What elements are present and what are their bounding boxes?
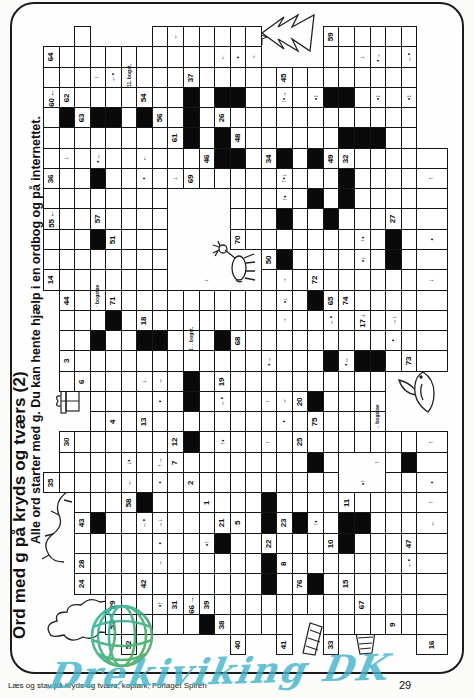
direction-mark-cell[interactable]: ↑ (416, 492, 448, 513)
grid-cell[interactable] (245, 107, 262, 128)
grid-cell[interactable] (292, 310, 308, 331)
grid-cell[interactable] (401, 472, 417, 493)
numbered-cell[interactable]: 10 (323, 533, 339, 554)
grid-cell[interactable] (323, 46, 339, 68)
grid-cell[interactable] (74, 208, 91, 230)
grid-cell[interactable] (74, 431, 91, 453)
grid-cell[interactable] (323, 249, 339, 270)
grid-cell[interactable] (292, 229, 308, 250)
grid-cell[interactable] (136, 249, 153, 270)
grid-cell[interactable] (199, 46, 215, 68)
grid-cell[interactable] (354, 492, 371, 513)
grid-cell[interactable] (261, 290, 277, 311)
grid-cell[interactable] (338, 26, 355, 47)
direction-mark-cell[interactable]: • (152, 391, 168, 412)
grid-cell[interactable] (90, 46, 106, 68)
grid-cell[interactable] (307, 350, 324, 372)
grid-cell[interactable] (307, 208, 324, 230)
grid-cell[interactable] (276, 350, 293, 372)
grid-cell[interactable] (121, 330, 137, 351)
grid-cell[interactable] (261, 310, 277, 331)
numbered-cell[interactable]: 50 (261, 249, 277, 270)
grid-cell[interactable] (59, 310, 75, 331)
grid-cell[interactable] (136, 350, 153, 372)
grid-cell[interactable] (199, 168, 215, 189)
numbered-cell[interactable]: 23 (276, 512, 293, 534)
grid-cell[interactable] (307, 127, 324, 149)
grid-cell[interactable] (90, 492, 106, 513)
direction-mark-cell[interactable]: →↓ (385, 310, 402, 331)
grid-cell[interactable] (261, 472, 277, 493)
grid-cell[interactable] (354, 148, 371, 169)
numbered-cell[interactable]: 1 (199, 492, 215, 513)
grid-cell[interactable] (261, 127, 277, 149)
grid-cell[interactable] (105, 371, 122, 392)
grid-cell[interactable] (152, 87, 168, 108)
numbered-cell[interactable]: 5 (230, 512, 246, 534)
numbered-cell[interactable]: 21 (214, 512, 231, 534)
numbered-cell[interactable]: 28 (74, 553, 91, 574)
grid-cell[interactable] (307, 330, 324, 351)
grid-cell[interactable] (136, 553, 153, 574)
grid-cell[interactable] (385, 269, 402, 291)
grid-cell[interactable] (199, 127, 215, 149)
grid-cell[interactable] (370, 188, 386, 209)
grid-cell[interactable] (401, 492, 417, 513)
grid-cell[interactable] (338, 67, 355, 88)
grid-cell[interactable] (183, 553, 200, 574)
grid-cell[interactable] (276, 614, 293, 635)
grid-cell[interactable] (245, 411, 262, 432)
grid-cell[interactable] (74, 26, 91, 47)
grid-cell[interactable] (370, 431, 386, 453)
direction-mark-cell[interactable]: ↑ (90, 67, 106, 88)
grid-cell[interactable] (121, 249, 137, 270)
direction-mark-cell[interactable]: → (276, 391, 293, 412)
grid-cell[interactable] (385, 107, 402, 128)
grid-cell[interactable] (214, 472, 231, 493)
grid-cell[interactable] (323, 67, 339, 88)
grid-cell[interactable] (338, 229, 355, 250)
grid-cell[interactable] (401, 594, 417, 615)
grid-cell[interactable] (354, 290, 371, 311)
grid-cell[interactable] (74, 87, 91, 108)
grid-cell[interactable] (74, 350, 91, 372)
grid-cell[interactable] (199, 391, 215, 412)
grid-cell[interactable] (230, 188, 246, 209)
grid-cell[interactable] (121, 87, 137, 108)
grid-cell[interactable] (276, 573, 293, 595)
grid-cell[interactable] (90, 127, 106, 149)
grid-cell[interactable] (167, 512, 184, 534)
grid-cell[interactable] (152, 229, 168, 250)
grid-cell[interactable] (416, 350, 448, 372)
direction-mark-cell[interactable]: ← (121, 472, 137, 493)
grid-cell[interactable] (245, 330, 262, 351)
grid-cell[interactable] (121, 310, 137, 331)
numbered-cell[interactable]: 4 (105, 411, 122, 432)
grid-cell[interactable] (152, 350, 168, 372)
grid-cell[interactable] (90, 249, 106, 270)
grid-cell[interactable] (401, 229, 417, 250)
grid-cell[interactable] (245, 594, 262, 615)
numbered-cell[interactable]: 14 (43, 269, 60, 291)
grid-cell[interactable] (121, 208, 137, 230)
grid-cell[interactable] (167, 492, 184, 513)
grid-cell[interactable] (385, 512, 402, 534)
numbered-cell[interactable]: 62 (59, 87, 75, 108)
grid-cell[interactable] (307, 229, 324, 250)
grid-cell[interactable] (59, 188, 75, 209)
direction-mark-cell[interactable]: • (416, 229, 448, 250)
grid-cell[interactable] (214, 411, 231, 432)
grid-cell[interactable] (230, 67, 246, 88)
numbered-cell[interactable]: 12 (167, 431, 184, 453)
grid-cell[interactable] (276, 533, 293, 554)
grid-cell[interactable] (183, 411, 200, 432)
direction-mark-cell[interactable]: ←• (401, 553, 417, 574)
grid-cell[interactable] (370, 371, 386, 392)
direction-mark-cell[interactable]: •↕ (307, 87, 324, 108)
grid-cell[interactable] (292, 472, 308, 493)
grid-cell[interactable] (354, 614, 371, 635)
grid-cell[interactable] (276, 472, 293, 493)
grid-cell[interactable] (307, 472, 324, 493)
grid-cell[interactable] (245, 492, 262, 513)
grid-cell[interactable] (401, 330, 417, 351)
grid-cell[interactable] (416, 290, 448, 311)
grid-cell[interactable] (354, 168, 371, 189)
grid-cell[interactable] (307, 310, 324, 331)
grid-cell[interactable] (401, 107, 417, 128)
grid-cell[interactable] (230, 168, 246, 189)
numbered-cell[interactable]: 51 (105, 229, 122, 250)
grid-cell[interactable] (152, 67, 168, 88)
grid-cell[interactable] (74, 188, 91, 209)
grid-cell[interactable] (323, 107, 339, 128)
grid-cell[interactable] (59, 330, 75, 351)
direction-mark-cell[interactable]: ↓ (416, 269, 448, 291)
grid-cell[interactable] (167, 290, 184, 311)
grid-cell[interactable] (74, 249, 91, 270)
grid-cell[interactable] (152, 290, 168, 311)
grid-cell[interactable] (416, 553, 448, 574)
grid-cell[interactable] (401, 67, 417, 88)
numbered-cell[interactable]: 42 (136, 573, 153, 595)
grid-cell[interactable] (105, 87, 122, 108)
grid-cell[interactable] (121, 512, 137, 534)
grid-cell[interactable] (338, 371, 355, 392)
grid-cell[interactable] (230, 553, 246, 574)
numbered-cell[interactable]: 66 → (183, 594, 200, 615)
grid-cell[interactable] (338, 310, 355, 331)
grid-cell[interactable] (199, 512, 215, 534)
grid-cell[interactable] (121, 107, 137, 128)
grid-cell[interactable] (121, 431, 137, 453)
grid-cell[interactable] (136, 67, 153, 88)
numbered-cell[interactable]: 65 (323, 290, 339, 311)
grid-cell[interactable] (401, 431, 417, 453)
grid-cell[interactable] (370, 168, 386, 189)
grid-cell[interactable] (323, 594, 339, 615)
numbered-cell[interactable]: 15 (338, 573, 355, 595)
grid-cell[interactable] (230, 26, 246, 47)
grid-cell[interactable] (385, 492, 402, 513)
grid-cell[interactable] (183, 492, 200, 513)
grid-cell[interactable] (338, 614, 355, 635)
direction-mark-cell[interactable]: • (152, 533, 168, 554)
numbered-cell[interactable]: 63 (74, 107, 91, 128)
grid-cell[interactable] (401, 168, 417, 189)
grid-cell[interactable] (292, 87, 308, 108)
grid-cell[interactable] (385, 127, 402, 149)
grid-cell[interactable] (323, 512, 339, 534)
numbered-cell[interactable]: 35 (43, 472, 60, 493)
grid-cell[interactable] (261, 208, 277, 230)
grid-cell[interactable] (136, 208, 153, 230)
direction-mark-cell[interactable]: ↑• (307, 512, 324, 534)
grid-cell[interactable] (152, 127, 168, 149)
numbered-cell[interactable]: 43 (74, 512, 91, 534)
grid-cell[interactable] (90, 431, 106, 453)
grid-cell[interactable] (370, 249, 386, 270)
direction-mark-cell[interactable]: ← (214, 46, 231, 68)
numbered-cell[interactable]: 7 (167, 452, 184, 473)
grid-cell[interactable] (90, 371, 106, 392)
grid-cell[interactable] (323, 411, 339, 432)
grid-cell[interactable] (136, 533, 153, 554)
grid-cell[interactable] (385, 26, 402, 47)
numbered-cell[interactable]: 18 (136, 310, 153, 331)
grid-cell[interactable] (370, 553, 386, 574)
grid-cell[interactable] (90, 573, 106, 595)
grid-cell[interactable] (338, 431, 355, 453)
grid-cell[interactable] (136, 127, 153, 149)
grid-cell[interactable] (323, 168, 339, 189)
grid-cell[interactable] (245, 431, 262, 453)
grid-cell[interactable] (292, 492, 308, 513)
grid-cell[interactable] (354, 573, 371, 595)
grid-cell[interactable] (167, 391, 184, 412)
grid-cell[interactable] (385, 452, 402, 473)
grid-cell[interactable] (276, 594, 293, 615)
grid-cell[interactable] (323, 391, 339, 412)
numbered-cell[interactable]: 59 (323, 26, 339, 47)
grid-cell[interactable] (167, 553, 184, 574)
direction-mark-cell[interactable]: •→ (370, 46, 386, 68)
grid-cell[interactable] (416, 188, 448, 209)
grid-cell[interactable] (167, 67, 184, 88)
grid-cell[interactable] (385, 431, 402, 453)
grid-cell[interactable] (261, 594, 277, 615)
grid-cell[interactable] (385, 573, 402, 595)
grid-cell[interactable] (214, 553, 231, 574)
grid-cell[interactable] (230, 310, 246, 331)
grid-cell[interactable] (167, 310, 184, 331)
direction-mark-cell[interactable]: → (276, 269, 293, 291)
grid-cell[interactable] (230, 472, 246, 493)
grid-cell[interactable] (74, 492, 91, 513)
grid-cell[interactable] (152, 573, 168, 595)
direction-mark-cell[interactable]: ↑• (354, 229, 371, 250)
grid-cell[interactable] (214, 310, 231, 331)
grid-cell[interactable] (90, 310, 106, 331)
numbered-cell[interactable]: 57 (90, 208, 106, 230)
grid-cell[interactable] (416, 452, 448, 473)
grid-cell[interactable] (74, 148, 91, 169)
numbered-cell[interactable]: 75 (307, 411, 324, 432)
grid-cell[interactable] (385, 148, 402, 169)
numbered-cell[interactable]: 24 (74, 573, 91, 595)
grid-cell[interactable] (105, 148, 122, 169)
grid-cell[interactable] (121, 533, 137, 554)
numbered-cell[interactable]: 17 ↓ (354, 310, 371, 331)
grid-cell[interactable] (74, 229, 91, 250)
numbered-cell[interactable]: 34 (261, 148, 277, 169)
grid-cell[interactable] (307, 431, 324, 453)
numbered-cell[interactable]: 38 (214, 614, 231, 635)
grid-cell[interactable] (199, 330, 215, 351)
grid-cell[interactable] (245, 229, 262, 250)
grid-cell[interactable] (307, 249, 324, 270)
grid-cell[interactable] (167, 533, 184, 554)
grid-cell[interactable] (292, 533, 308, 554)
grid-cell[interactable] (401, 148, 417, 169)
grid-cell[interactable] (354, 87, 371, 108)
grid-cell[interactable] (401, 512, 417, 534)
grid-cell[interactable] (385, 188, 402, 209)
direction-mark-cell[interactable]: ↑•→ (276, 87, 293, 108)
grid-cell[interactable] (43, 249, 60, 270)
grid-cell[interactable] (354, 269, 371, 291)
grid-cell[interactable] (167, 87, 184, 108)
grid-cell[interactable] (292, 553, 308, 574)
grid-cell[interactable] (401, 208, 417, 230)
grid-cell[interactable] (401, 614, 417, 635)
grid-cell[interactable] (370, 107, 386, 128)
grid-cell[interactable] (183, 452, 200, 473)
grid-cell[interactable] (401, 573, 417, 595)
grid-cell[interactable] (74, 472, 91, 493)
direction-mark-cell[interactable]: ← (416, 512, 448, 534)
grid-cell[interactable] (183, 290, 200, 311)
grid-cell[interactable] (323, 229, 339, 250)
grid-cell[interactable] (370, 492, 386, 513)
grid-cell[interactable] (245, 573, 262, 595)
grid-cell[interactable] (59, 127, 75, 149)
grid-cell[interactable] (307, 371, 324, 392)
grid-cell[interactable] (183, 573, 200, 595)
direction-mark-cell[interactable]: ←• (105, 67, 122, 88)
numbered-cell[interactable]: 73 (401, 350, 417, 372)
direction-mark-cell[interactable]: ↑→ (152, 452, 168, 473)
grid-cell[interactable] (261, 269, 277, 291)
grid-cell[interactable] (199, 310, 215, 331)
grid-cell[interactable] (230, 452, 246, 473)
grid-cell[interactable] (230, 533, 246, 554)
direction-mark-cell[interactable]: ↓ (136, 371, 153, 392)
grid-cell[interactable] (105, 391, 122, 412)
grid-cell[interactable] (167, 107, 184, 128)
grid-cell[interactable] (105, 249, 122, 270)
grid-cell[interactable] (105, 330, 122, 351)
grid-cell[interactable] (43, 67, 60, 88)
grid-cell[interactable] (385, 290, 402, 311)
grid-cell[interactable] (121, 269, 137, 291)
grid-cell[interactable] (370, 290, 386, 311)
grid-cell[interactable] (183, 614, 200, 635)
grid-cell[interactable] (245, 391, 262, 412)
grid-cell[interactable] (292, 330, 308, 351)
grid-cell[interactable] (74, 46, 91, 68)
grid-cell[interactable] (105, 472, 122, 493)
grid-cell[interactable] (105, 188, 122, 209)
grid-cell[interactable] (323, 371, 339, 392)
grid-cell[interactable] (354, 67, 371, 88)
grid-cell[interactable] (261, 614, 277, 635)
grid-cell[interactable] (214, 26, 231, 47)
grid-cell[interactable] (183, 512, 200, 534)
grid-cell[interactable] (43, 127, 60, 149)
grid-cell[interactable] (167, 330, 184, 351)
numbered-cell[interactable]: 68 (230, 330, 246, 351)
numbered-cell[interactable]: 64 (43, 46, 60, 68)
grid-cell[interactable] (261, 452, 277, 473)
grid-cell[interactable] (385, 594, 402, 615)
grid-cell[interactable] (121, 188, 137, 209)
grid-cell[interactable] (136, 290, 153, 311)
grid-cell[interactable] (354, 188, 371, 209)
grid-cell[interactable] (276, 107, 293, 128)
direction-mark-cell[interactable]: ←• (323, 310, 339, 331)
grid-cell[interactable] (230, 391, 246, 412)
grid-cell[interactable] (354, 533, 371, 554)
grid-cell[interactable] (74, 533, 91, 554)
numbered-cell[interactable]: 30 (59, 431, 75, 453)
grid-cell[interactable] (416, 310, 448, 331)
grid-cell[interactable] (74, 127, 91, 149)
grid-cell[interactable] (292, 107, 308, 128)
grid-cell[interactable] (59, 269, 75, 291)
grid-cell[interactable] (276, 452, 293, 473)
grid-cell[interactable] (199, 452, 215, 473)
grid-cell[interactable] (385, 67, 402, 88)
grid-cell[interactable] (230, 411, 246, 432)
grid-cell[interactable] (276, 431, 293, 453)
numbered-cell[interactable]: 26 (214, 107, 231, 128)
grid-cell[interactable] (214, 594, 231, 615)
grid-cell[interactable] (370, 67, 386, 88)
grid-cell[interactable] (245, 452, 262, 473)
grid-cell[interactable] (230, 573, 246, 595)
grid-cell[interactable] (105, 350, 122, 372)
direction-mark-cell[interactable]: → (276, 310, 293, 331)
grid-cell[interactable] (59, 249, 75, 270)
direction-mark-cell[interactable]: ←• (136, 512, 153, 534)
grid-cell[interactable] (261, 188, 277, 209)
grid-cell[interactable] (261, 67, 277, 88)
grid-cell[interactable] (230, 208, 246, 230)
grid-cell[interactable] (90, 391, 106, 412)
direction-mark-cell[interactable]: ←• (401, 46, 417, 68)
grid-cell[interactable] (307, 107, 324, 128)
grid-cell[interactable] (338, 107, 355, 128)
grid-cell[interactable] (307, 533, 324, 554)
grid-cell[interactable] (167, 371, 184, 392)
grid-cell[interactable] (199, 411, 215, 432)
grid-cell[interactable] (261, 87, 277, 108)
numbered-cell[interactable]: 69 (183, 168, 200, 189)
